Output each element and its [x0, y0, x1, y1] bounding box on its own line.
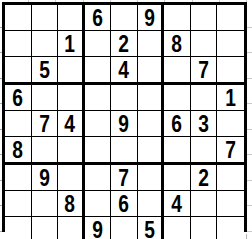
- cell-r1c6[interactable]: 9: [138, 5, 165, 31]
- given-digit: 1: [65, 31, 76, 56]
- cell-r2c1[interactable]: [5, 31, 32, 57]
- given-digit: 8: [12, 137, 23, 162]
- cell-r8c9[interactable]: [217, 191, 244, 217]
- cell-r2c6[interactable]: [138, 31, 165, 57]
- cell-r1c8[interactable]: [191, 5, 218, 31]
- cell-r7c3[interactable]: [58, 165, 85, 191]
- cell-r2c2[interactable]: [32, 31, 59, 57]
- cell-r1c3[interactable]: [58, 5, 85, 31]
- given-digit: 9: [92, 217, 103, 239]
- given-digit: 8: [65, 191, 76, 216]
- given-digit: 4: [172, 191, 183, 216]
- cell-r9c9[interactable]: [217, 217, 244, 239]
- cell-r8c6[interactable]: [138, 191, 165, 217]
- cell-r9c5[interactable]: [111, 217, 138, 239]
- cell-r9c8[interactable]: [191, 217, 218, 239]
- cell-r3c4[interactable]: [85, 57, 112, 85]
- cell-r2c9[interactable]: [217, 31, 244, 57]
- given-digit: 8: [172, 31, 183, 56]
- cell-r4c9[interactable]: 1: [217, 85, 244, 111]
- cell-r4c5[interactable]: [111, 85, 138, 111]
- cell-r2c4[interactable]: [85, 31, 112, 57]
- cell-r2c3[interactable]: 1: [58, 31, 85, 57]
- cell-r4c3[interactable]: [58, 85, 85, 111]
- given-digit: 7: [119, 165, 130, 190]
- given-digit: 9: [144, 5, 155, 30]
- cell-r9c2[interactable]: [32, 217, 59, 239]
- cell-r8c7[interactable]: 4: [164, 191, 191, 217]
- cell-r3c9[interactable]: [217, 57, 244, 85]
- cell-r6c9[interactable]: 7: [217, 137, 244, 165]
- cell-r4c6[interactable]: [138, 85, 165, 111]
- cell-r1c2[interactable]: [32, 5, 59, 31]
- given-digit: 2: [119, 31, 130, 56]
- cell-r5c2[interactable]: 7: [32, 111, 59, 137]
- given-digit: 1: [225, 85, 236, 110]
- cell-r7c4[interactable]: [85, 165, 112, 191]
- cell-r6c1[interactable]: 8: [5, 137, 32, 165]
- cell-r1c5[interactable]: [111, 5, 138, 31]
- given-digit: 6: [12, 85, 23, 110]
- cell-r1c9[interactable]: [217, 5, 244, 31]
- given-digit: 5: [39, 57, 50, 82]
- cell-r3c3[interactable]: [58, 57, 85, 85]
- cell-r1c7[interactable]: [164, 5, 191, 31]
- cell-r6c3[interactable]: [58, 137, 85, 165]
- given-digit: 2: [198, 165, 209, 190]
- cell-r6c4[interactable]: [85, 137, 112, 165]
- given-digit: 7: [198, 57, 209, 82]
- given-digit: 9: [119, 111, 130, 136]
- cell-r6c6[interactable]: [138, 137, 165, 165]
- spreadsheet-gridline-stubs-right: [247, 2, 252, 232]
- cell-r2c8[interactable]: [191, 31, 218, 57]
- cell-r2c7[interactable]: 8: [164, 31, 191, 57]
- cell-r7c1[interactable]: [5, 165, 32, 191]
- cell-r4c2[interactable]: [32, 85, 59, 111]
- cell-r7c7[interactable]: [164, 165, 191, 191]
- cell-r3c6[interactable]: [138, 57, 165, 85]
- cell-r7c9[interactable]: [217, 165, 244, 191]
- cell-r3c1[interactable]: [5, 57, 32, 85]
- cell-r8c4[interactable]: [85, 191, 112, 217]
- cell-r5c7[interactable]: 6: [164, 111, 191, 137]
- cell-r3c7[interactable]: [164, 57, 191, 85]
- cell-r6c5[interactable]: [111, 137, 138, 165]
- cell-r4c4[interactable]: [85, 85, 112, 111]
- cell-r5c9[interactable]: [217, 111, 244, 137]
- sudoku-board: 6912854761749638797286495: [2, 2, 247, 232]
- given-digit: 4: [65, 111, 76, 136]
- cell-r5c6[interactable]: [138, 111, 165, 137]
- cell-r5c8[interactable]: 3: [191, 111, 218, 137]
- cell-r7c8[interactable]: 2: [191, 165, 218, 191]
- cell-r9c1[interactable]: [5, 217, 32, 239]
- cell-r8c8[interactable]: [191, 191, 218, 217]
- cell-r5c4[interactable]: [85, 111, 112, 137]
- cell-r3c5[interactable]: 4: [111, 57, 138, 85]
- cell-r5c1[interactable]: [5, 111, 32, 137]
- cell-r7c2[interactable]: 9: [32, 165, 59, 191]
- cell-r3c2[interactable]: 5: [32, 57, 59, 85]
- cell-r9c7[interactable]: [164, 217, 191, 239]
- cell-r6c8[interactable]: [191, 137, 218, 165]
- cell-r8c2[interactable]: [32, 191, 59, 217]
- cell-r2c5[interactable]: 2: [111, 31, 138, 57]
- given-digit: 4: [119, 57, 130, 82]
- cell-r4c8[interactable]: [191, 85, 218, 111]
- given-digit: 7: [225, 137, 236, 162]
- given-digit: 6: [119, 191, 130, 216]
- cell-r8c1[interactable]: [5, 191, 32, 217]
- cell-r4c7[interactable]: [164, 85, 191, 111]
- given-digit: 7: [39, 111, 50, 136]
- cell-r4c1[interactable]: 6: [5, 85, 32, 111]
- cell-r7c5[interactable]: 7: [111, 165, 138, 191]
- cell-r3c8[interactable]: 7: [191, 57, 218, 85]
- cell-r5c5[interactable]: 9: [111, 111, 138, 137]
- given-digit: 3: [198, 111, 209, 136]
- cell-r7c6[interactable]: [138, 165, 165, 191]
- cell-r1c1[interactable]: [5, 5, 32, 31]
- screenshot-root: 6912854761749638797286495: [0, 0, 252, 239]
- given-digit: 6: [172, 111, 183, 136]
- cell-r9c3[interactable]: [58, 217, 85, 239]
- cell-r9c6[interactable]: 5: [138, 217, 165, 239]
- cell-r8c3[interactable]: 8: [58, 191, 85, 217]
- given-digit: 9: [39, 165, 50, 190]
- cell-r6c2[interactable]: [32, 137, 59, 165]
- given-digit: 6: [92, 5, 103, 30]
- cell-r6c7[interactable]: [164, 137, 191, 165]
- given-digit: 5: [144, 217, 155, 239]
- cell-r1c4[interactable]: 6: [85, 5, 112, 31]
- sudoku-grid: 6912854761749638797286495: [5, 5, 244, 229]
- cell-r9c4[interactable]: 9: [85, 217, 112, 239]
- cell-r8c5[interactable]: 6: [111, 191, 138, 217]
- cell-r5c3[interactable]: 4: [58, 111, 85, 137]
